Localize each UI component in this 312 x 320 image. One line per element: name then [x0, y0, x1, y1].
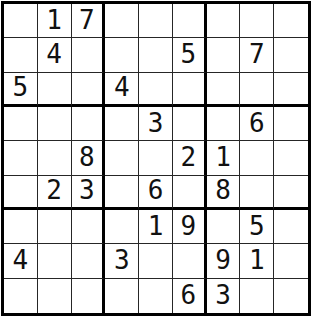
given-digit: 1: [148, 213, 164, 239]
cell-r1c5[interactable]: [139, 4, 173, 38]
cell-r1c3[interactable]: 7: [72, 4, 106, 38]
cell-r9c3[interactable]: [72, 279, 106, 313]
given-digit: 1: [249, 247, 265, 273]
cell-r2c4[interactable]: [105, 38, 139, 72]
given-digit: 1: [215, 144, 231, 170]
cell-r4c6[interactable]: [173, 107, 207, 141]
sudoku-page: 1745754368212368195439163: [0, 0, 312, 320]
cell-r9c8[interactable]: [240, 279, 274, 313]
cell-r6c8[interactable]: [240, 176, 274, 210]
given-digit: 4: [13, 247, 29, 273]
cell-r9c4[interactable]: [105, 279, 139, 313]
cell-r3c7[interactable]: [207, 73, 241, 107]
given-digit: 4: [114, 74, 130, 100]
cell-r4c9[interactable]: [274, 107, 308, 141]
cell-r2c3[interactable]: [72, 38, 106, 72]
cell-r7c2[interactable]: [38, 210, 72, 244]
cell-r6c3[interactable]: 3: [72, 176, 106, 210]
cell-r2c6[interactable]: 5: [173, 38, 207, 72]
cell-r4c5[interactable]: 3: [139, 107, 173, 141]
cell-r3c1[interactable]: 5: [4, 73, 38, 107]
cell-r7c4[interactable]: [105, 210, 139, 244]
given-digit: 3: [148, 110, 164, 136]
cell-r5c3[interactable]: 8: [72, 141, 106, 175]
cell-r9c9[interactable]: [274, 279, 308, 313]
given-digit: 5: [249, 213, 265, 239]
cell-r6c4[interactable]: [105, 176, 139, 210]
given-digit: 5: [180, 41, 196, 67]
given-digit: 6: [249, 110, 265, 136]
cell-r4c8[interactable]: 6: [240, 107, 274, 141]
cell-r4c4[interactable]: [105, 107, 139, 141]
cell-r2c7[interactable]: [207, 38, 241, 72]
cell-r2c8[interactable]: 7: [240, 38, 274, 72]
cell-r5c5[interactable]: [139, 141, 173, 175]
given-digit: 8: [79, 144, 95, 170]
cell-r4c7[interactable]: [207, 107, 241, 141]
cell-r9c2[interactable]: [38, 279, 72, 313]
given-digit: 7: [249, 41, 265, 67]
cell-r6c7[interactable]: 8: [207, 176, 241, 210]
given-digit: 3: [114, 247, 130, 273]
given-digit: 4: [46, 41, 62, 67]
cell-r7c9[interactable]: [274, 210, 308, 244]
cell-r5c4[interactable]: [105, 141, 139, 175]
cell-r2c1[interactable]: [4, 38, 38, 72]
cell-r8c7[interactable]: 9: [207, 244, 241, 278]
cell-r2c9[interactable]: [274, 38, 308, 72]
cell-r6c1[interactable]: [4, 176, 38, 210]
cell-r1c6[interactable]: [173, 4, 207, 38]
cell-r9c5[interactable]: [139, 279, 173, 313]
cell-r3c6[interactable]: [173, 73, 207, 107]
cell-r8c4[interactable]: 3: [105, 244, 139, 278]
cell-r6c6[interactable]: [173, 176, 207, 210]
cell-r1c8[interactable]: [240, 4, 274, 38]
given-digit: 9: [215, 247, 231, 273]
cell-r3c2[interactable]: [38, 73, 72, 107]
cell-r7c6[interactable]: 9: [173, 210, 207, 244]
given-digit: 7: [79, 7, 95, 33]
given-digit: 8: [215, 177, 231, 203]
cell-r2c5[interactable]: [139, 38, 173, 72]
cell-r1c1[interactable]: [4, 4, 38, 38]
cell-r5c8[interactable]: [240, 141, 274, 175]
cell-r1c9[interactable]: [274, 4, 308, 38]
cell-r3c4[interactable]: 4: [105, 73, 139, 107]
cell-r8c9[interactable]: [274, 244, 308, 278]
cell-r9c1[interactable]: [4, 279, 38, 313]
cell-r7c5[interactable]: 1: [139, 210, 173, 244]
given-digit: 6: [148, 177, 164, 203]
cell-r6c5[interactable]: 6: [139, 176, 173, 210]
given-digit: 9: [180, 213, 196, 239]
cell-r1c7[interactable]: [207, 4, 241, 38]
cell-r3c8[interactable]: [240, 73, 274, 107]
cell-r4c3[interactable]: [72, 107, 106, 141]
given-digit: 1: [46, 7, 62, 33]
cell-r7c7[interactable]: [207, 210, 241, 244]
given-digit: 3: [215, 282, 231, 308]
cell-r5c7[interactable]: 1: [207, 141, 241, 175]
cell-r4c2[interactable]: [38, 107, 72, 141]
cell-r1c4[interactable]: [105, 4, 139, 38]
given-digit: 2: [180, 144, 196, 170]
cell-r7c8[interactable]: 5: [240, 210, 274, 244]
cell-r8c5[interactable]: [139, 244, 173, 278]
cell-r9c7[interactable]: 3: [207, 279, 241, 313]
cell-r2c2[interactable]: 4: [38, 38, 72, 72]
sudoku-board: 1745754368212368195439163: [1, 1, 311, 316]
cell-r8c2[interactable]: [38, 244, 72, 278]
cell-r7c1[interactable]: [4, 210, 38, 244]
cell-r6c9[interactable]: [274, 176, 308, 210]
cell-r7c3[interactable]: [72, 210, 106, 244]
given-digit: 3: [79, 177, 95, 203]
cell-r5c1[interactable]: [4, 141, 38, 175]
cell-r3c5[interactable]: [139, 73, 173, 107]
cell-r9c6[interactable]: 6: [173, 279, 207, 313]
given-digit: 2: [46, 177, 62, 203]
cell-r3c3[interactable]: [72, 73, 106, 107]
cell-r5c2[interactable]: [38, 141, 72, 175]
given-digit: 6: [180, 282, 196, 308]
cell-r5c9[interactable]: [274, 141, 308, 175]
cell-r8c1[interactable]: 4: [4, 244, 38, 278]
cell-r3c9[interactable]: [274, 73, 308, 107]
cell-r5c6[interactable]: 2: [173, 141, 207, 175]
given-digit: 5: [13, 74, 29, 100]
cell-r8c3[interactable]: [72, 244, 106, 278]
cell-r8c6[interactable]: [173, 244, 207, 278]
cell-r6c2[interactable]: 2: [38, 176, 72, 210]
cell-r4c1[interactable]: [4, 107, 38, 141]
cell-r1c2[interactable]: 1: [38, 4, 72, 38]
cell-r8c8[interactable]: 1: [240, 244, 274, 278]
